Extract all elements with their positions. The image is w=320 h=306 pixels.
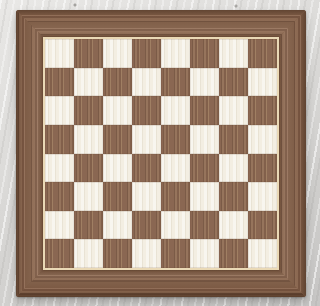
square-c4 [103,154,132,183]
square-d3 [132,182,161,211]
square-g5 [219,125,248,154]
square-b1 [74,239,103,268]
square-d5 [132,125,161,154]
board-inlay [43,37,279,270]
square-a3 [45,182,74,211]
square-a5 [45,125,74,154]
square-c8 [103,39,132,68]
square-h1 [248,239,277,268]
square-h4 [248,154,277,183]
photo-background [0,0,320,306]
square-g1 [219,239,248,268]
square-b6 [74,96,103,125]
chess-board [16,10,306,297]
square-a8 [45,39,74,68]
square-d8 [132,39,161,68]
board-frame-bottom [16,270,306,297]
square-a1 [45,239,74,268]
square-h6 [248,96,277,125]
square-h2 [248,211,277,240]
square-g4 [219,154,248,183]
square-a6 [45,96,74,125]
square-c1 [103,239,132,268]
square-d1 [132,239,161,268]
square-c7 [103,68,132,97]
square-e6 [161,96,190,125]
square-g3 [219,182,248,211]
square-c6 [103,96,132,125]
square-f6 [190,96,219,125]
square-e4 [161,154,190,183]
square-f7 [190,68,219,97]
square-e8 [161,39,190,68]
square-a4 [45,154,74,183]
square-g6 [219,96,248,125]
square-b8 [74,39,103,68]
square-f1 [190,239,219,268]
square-e3 [161,182,190,211]
square-d4 [132,154,161,183]
square-b2 [74,211,103,240]
square-e2 [161,211,190,240]
square-d6 [132,96,161,125]
square-e5 [161,125,190,154]
square-f8 [190,39,219,68]
square-e1 [161,239,190,268]
square-f4 [190,154,219,183]
square-e7 [161,68,190,97]
square-c5 [103,125,132,154]
square-f5 [190,125,219,154]
square-b3 [74,182,103,211]
square-g8 [219,39,248,68]
square-f2 [190,211,219,240]
square-h3 [248,182,277,211]
square-a2 [45,211,74,240]
square-g2 [219,211,248,240]
square-h5 [248,125,277,154]
board-frame-left [16,10,43,297]
board-frame-top [16,10,306,37]
square-h7 [248,68,277,97]
square-c3 [103,182,132,211]
square-b5 [74,125,103,154]
square-d7 [132,68,161,97]
square-c2 [103,211,132,240]
board-grid [45,39,277,268]
square-f3 [190,182,219,211]
square-b7 [74,68,103,97]
square-a7 [45,68,74,97]
square-h8 [248,39,277,68]
square-g7 [219,68,248,97]
square-d2 [132,211,161,240]
square-b4 [74,154,103,183]
board-frame-right [279,10,306,297]
